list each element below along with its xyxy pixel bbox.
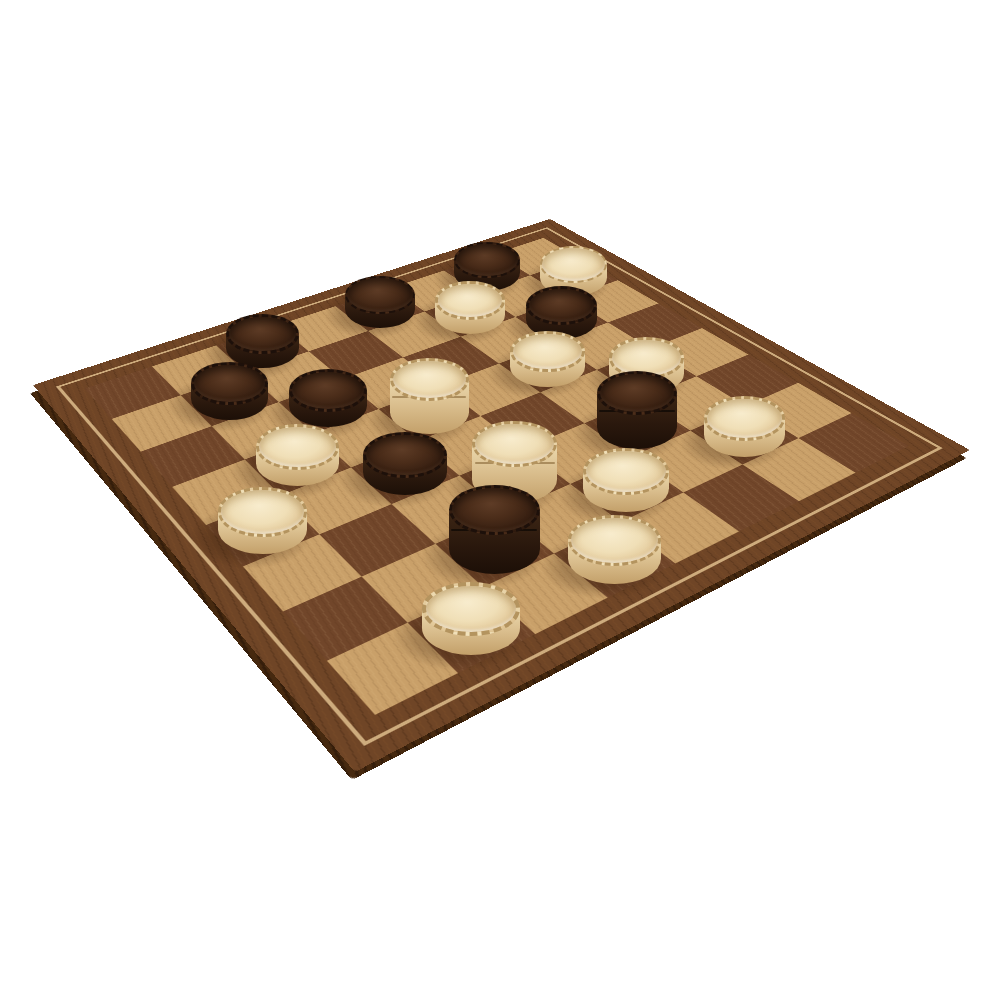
checker-dark-man[interactable] [226,314,299,369]
piece-top-face [704,396,785,441]
piece-top-face [526,286,597,325]
piece-top-face [435,281,505,320]
piece-top-face [218,487,307,536]
checker-light-man[interactable] [256,424,339,486]
piece-top-face [256,424,339,470]
piece-top-face [390,358,469,402]
piece-top-face [363,432,447,478]
checker-light-man[interactable] [435,281,505,334]
checker-dark-man[interactable] [345,276,415,328]
piece-top-face [449,485,540,535]
checker-dark-man[interactable] [191,362,269,420]
checker-dark-king[interactable] [597,371,678,449]
piece-top-face [289,369,367,412]
checkers-scene [0,0,1000,1000]
checker-dark-king[interactable] [449,485,540,574]
checker-light-man[interactable] [510,331,585,387]
checker-light-man[interactable] [583,448,669,512]
piece-top-face [540,246,607,283]
checker-light-man[interactable] [218,487,307,554]
checker-dark-man[interactable] [363,432,447,495]
piece-top-face [568,515,661,566]
checker-light-king[interactable] [390,358,469,435]
piece-top-face [597,371,678,415]
piece-top-face [454,242,521,279]
checker-dark-man[interactable] [289,369,367,428]
checker-light-man[interactable] [704,396,785,457]
checker-light-man[interactable] [568,515,661,584]
piece-top-face [472,421,557,468]
piece-top-face [191,362,269,405]
piece-top-face [583,448,669,495]
piece-top-face [226,314,299,354]
piece-top-face [345,276,415,314]
checker-light-man[interactable] [422,582,521,656]
piece-top-face [422,582,521,636]
